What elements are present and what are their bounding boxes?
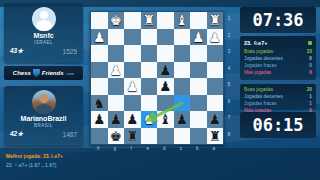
square-b8[interactable] — [190, 128, 207, 145]
square-a4[interactable] — [207, 62, 224, 79]
stat-value: 0 — [309, 62, 312, 69]
square-f6[interactable] — [124, 95, 141, 112]
stat-value: 1 — [309, 93, 312, 100]
square-b2[interactable]: ♟ — [190, 29, 207, 46]
white-pawn: ♟ — [126, 78, 138, 95]
square-f5[interactable]: ♟ — [124, 78, 141, 95]
white-rook: ♜ — [143, 12, 155, 29]
player-name: MarianoBrazil — [4, 115, 83, 123]
square-e3[interactable] — [141, 45, 158, 62]
square-e7[interactable]: ♞ — [141, 111, 158, 128]
player-stars: 43★ — [10, 47, 23, 55]
square-h5[interactable] — [91, 78, 108, 95]
square-c5[interactable] — [174, 78, 191, 95]
white-pawn: ♟ — [93, 29, 105, 46]
shield-icon — [33, 69, 40, 77]
best-move-text: Melhor jogada: 23.♘e7+ — [6, 152, 106, 161]
player-rating: 1487 — [63, 131, 77, 138]
stat-row: Jogadas fracas0 — [244, 62, 312, 69]
stat-label: Jogadas decentes — [244, 55, 283, 62]
black-pawn: ♟ — [126, 111, 138, 128]
stat-row: Jogadas decentes1 — [244, 93, 312, 100]
square-c7[interactable]: ♟ — [174, 111, 191, 128]
stat-label: Jogadas fracas — [244, 100, 277, 107]
square-f4[interactable] — [124, 62, 141, 79]
white-rook: ♜ — [209, 12, 221, 29]
stat-row: Jogadas fracas1 — [244, 100, 312, 107]
stat-label: Boas jogadas — [244, 48, 273, 55]
square-c2[interactable] — [174, 29, 191, 46]
square-c8[interactable] — [174, 128, 191, 145]
square-g4[interactable]: ♟ — [108, 62, 125, 79]
white-pawn: ♟ — [110, 62, 122, 79]
black-bishop: ♝ — [159, 111, 171, 128]
black-pawn: ♟ — [209, 111, 221, 128]
square-h4[interactable] — [91, 62, 108, 79]
square-g8[interactable]: ♚ — [108, 128, 125, 145]
last-move-label: 23. ♘e7+ — [244, 40, 267, 46]
logo-tld: .com — [66, 71, 75, 76]
square-a5[interactable] — [207, 78, 224, 95]
avatar — [32, 90, 56, 114]
square-h2[interactable]: ♟ — [91, 29, 108, 46]
stat-value: 20 — [307, 86, 312, 93]
black-pawn: ♟ — [93, 111, 105, 128]
player-card-bottom[interactable]: MarianoBrazil BRASIL 42★ 1487 — [4, 86, 83, 146]
stat-label: Jogadas decentes — [244, 93, 283, 100]
square-b3[interactable] — [190, 45, 207, 62]
square-e8[interactable] — [141, 128, 158, 145]
square-g2[interactable] — [108, 29, 125, 46]
logo-text-left: Chess — [13, 70, 31, 76]
square-h1[interactable] — [91, 12, 108, 29]
stat-value: 23 — [307, 48, 312, 55]
square-b4[interactable] — [190, 62, 207, 79]
square-g6[interactable] — [108, 95, 125, 112]
square-g3[interactable] — [108, 45, 125, 62]
white-pawn: ♟ — [192, 29, 204, 46]
black-king: ♚ — [110, 128, 122, 145]
square-b5[interactable] — [190, 78, 207, 95]
square-e5[interactable] — [141, 78, 158, 95]
square-f1[interactable] — [124, 12, 141, 29]
square-a2[interactable]: ♟ — [207, 29, 224, 46]
stat-value: 0 — [309, 55, 312, 62]
square-b6[interactable] — [190, 95, 207, 112]
square-c3[interactable] — [174, 45, 191, 62]
square-c6[interactable] — [174, 95, 191, 112]
square-a1[interactable]: ♜ — [207, 12, 224, 29]
white-knight: ♞ — [143, 111, 155, 128]
stat-value: 1 — [309, 100, 312, 107]
stat-value: 0 — [309, 69, 312, 76]
square-d6[interactable] — [157, 95, 174, 112]
stat-row: Jogadas decentes0 — [244, 55, 312, 62]
square-g7[interactable]: ♟ — [108, 111, 125, 128]
square-b7[interactable] — [190, 111, 207, 128]
square-d8[interactable] — [157, 128, 174, 145]
square-h6[interactable]: ♞ — [91, 95, 108, 112]
square-f7[interactable]: ♟ — [124, 111, 141, 128]
black-pawn: ♟ — [159, 62, 171, 79]
black-rook: ♜ — [126, 128, 138, 145]
analysis-panel-top[interactable]: 23. ♘e7+ Boas jogadas23Jogadas decentes0… — [240, 36, 316, 80]
player-rating: 1525 — [63, 48, 77, 55]
rank-labels: 12345678 — [225, 11, 233, 145]
square-e6[interactable] — [141, 95, 158, 112]
square-a3[interactable] — [207, 45, 224, 62]
square-d2[interactable] — [157, 29, 174, 46]
square-e4[interactable] — [141, 62, 158, 79]
engine-footer: Melhor jogada: 23.♘e7+ 23. ♘e7+ (1.67→1.… — [6, 152, 106, 170]
player-card-top[interactable]: Msnfc ISRAEL 43★ 1525 — [4, 3, 83, 63]
square-g1[interactable]: ♚ — [108, 12, 125, 29]
square-d7[interactable]: ♝ — [157, 111, 174, 128]
clock-top: 07:36 — [240, 7, 316, 33]
analysis-panel-bottom[interactable]: Boas jogadas20Jogadas decentes1Jogadas f… — [240, 84, 316, 110]
stat-row: Boas jogadas20 — [244, 86, 312, 93]
black-pawn: ♟ — [110, 111, 122, 128]
player-stars: 42★ — [10, 130, 23, 138]
square-d5[interactable]: ♟ — [157, 78, 174, 95]
player-name: Msnfc — [4, 32, 83, 40]
square-f8[interactable]: ♜ — [124, 128, 141, 145]
square-d3[interactable] — [157, 45, 174, 62]
square-d4[interactable]: ♟ — [157, 62, 174, 79]
square-e1[interactable]: ♜ — [141, 12, 158, 29]
chessfriends-logo[interactable]: Chess Friends .com — [4, 66, 83, 80]
square-b1[interactable] — [190, 12, 207, 29]
square-h8[interactable] — [91, 128, 108, 145]
stat-label: Boas jogadas — [244, 86, 273, 93]
square-f3[interactable] — [124, 45, 141, 62]
chess-board-area: ♚♜♝♜♟♟♟♟♟♟♟♞♟♟♟♞♝♟♟♚♜♜ 12345678 hgfedcba — [90, 11, 224, 145]
chess-board[interactable]: ♚♜♝♜♟♟♟♟♟♟♟♞♟♟♟♞♝♟♟♚♜♜ — [90, 11, 224, 145]
black-knight: ♞ — [93, 95, 105, 112]
black-pawn: ♟ — [159, 78, 171, 95]
black-rook: ♜ — [209, 128, 221, 145]
white-king: ♚ — [110, 12, 122, 29]
square-h7[interactable]: ♟ — [91, 111, 108, 128]
clock-bottom: 06:15 — [240, 112, 316, 138]
eval-line-text: 23. ♘e7+ (1.67→1.67) — [6, 161, 106, 170]
black-pawn: ♟ — [176, 111, 188, 128]
stat-row: Más jogadas0 — [244, 69, 312, 76]
square-g5[interactable] — [108, 78, 125, 95]
square-a7[interactable]: ♟ — [207, 111, 224, 128]
stat-row: Boas jogadas23 — [244, 48, 312, 55]
square-a6[interactable] — [207, 95, 224, 112]
game-screen: { "game": "chess", "position": { "fen": … — [0, 0, 320, 180]
square-e2[interactable] — [141, 29, 158, 46]
stat-label: Más jogadas — [244, 69, 271, 76]
square-a8[interactable]: ♜ — [207, 128, 224, 145]
avatar — [32, 7, 56, 31]
white-bishop: ♝ — [176, 12, 188, 29]
square-d1[interactable] — [157, 12, 174, 29]
good-move-indicator-icon — [308, 41, 312, 45]
file-labels: hgfedcba — [90, 146, 224, 151]
square-c1[interactable]: ♝ — [174, 12, 191, 29]
square-f2[interactable] — [124, 29, 141, 46]
square-c4[interactable] — [174, 62, 191, 79]
square-h3[interactable] — [91, 45, 108, 62]
logo-text-right: Friends — [42, 70, 64, 76]
white-pawn: ♟ — [209, 29, 221, 46]
stat-label: Jogadas fracas — [244, 62, 277, 69]
